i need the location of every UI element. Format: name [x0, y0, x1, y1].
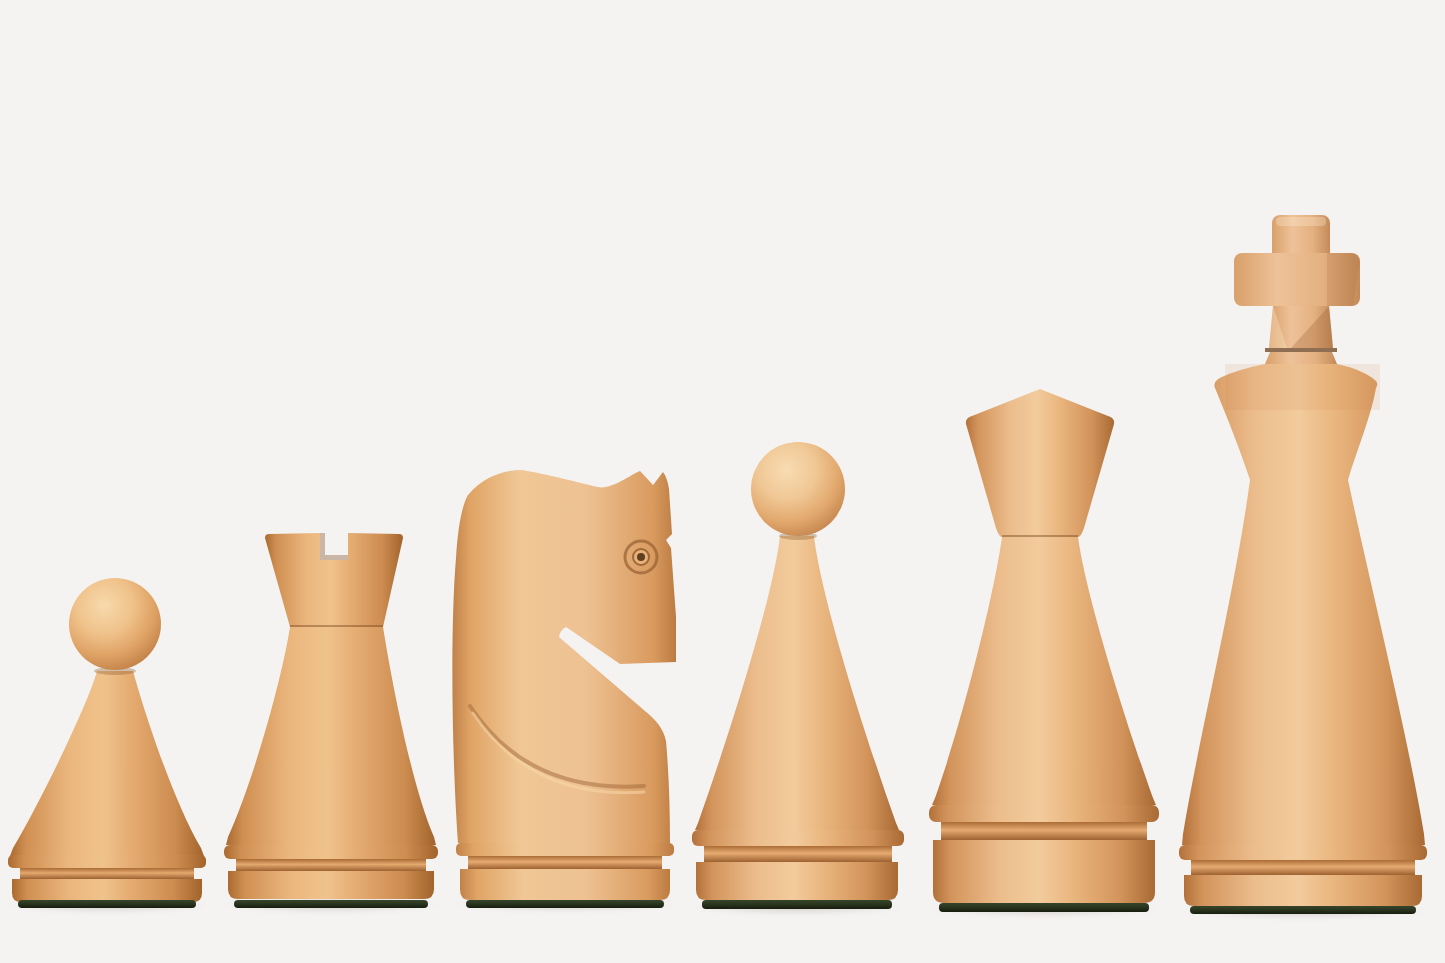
white-king-piece: [1175, 212, 1432, 915]
white-king-graphic: [1175, 212, 1432, 915]
white-knight-piece: [448, 460, 682, 910]
white-rook-graphic: [220, 529, 442, 911]
white-bishop-piece: [688, 438, 906, 912]
white-queen-piece: [926, 386, 1162, 913]
white-rook-piece: [220, 529, 442, 911]
white-pawn-graphic: [4, 574, 216, 910]
white-knight-graphic: [448, 460, 682, 910]
white-pawn-piece: [4, 574, 216, 910]
chess-set-photo: [0, 0, 1445, 963]
white-queen-graphic: [926, 386, 1162, 913]
white-bishop-graphic: [688, 438, 906, 912]
